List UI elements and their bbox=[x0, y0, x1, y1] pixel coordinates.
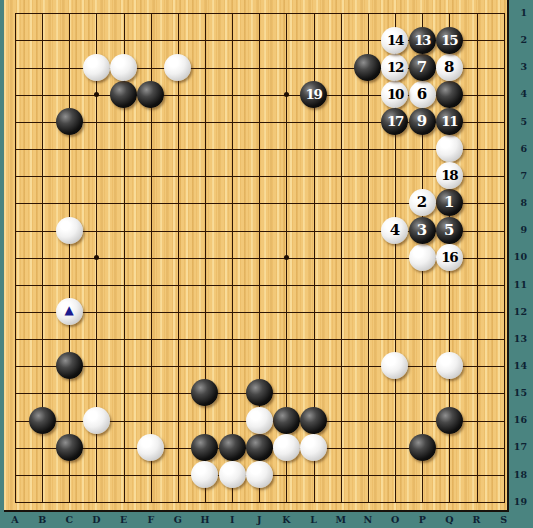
move-number: 10 bbox=[381, 81, 408, 108]
row-label-13: 13 bbox=[507, 333, 527, 345]
stone-white-q6 bbox=[436, 135, 463, 162]
stone-black-p5: 9 bbox=[409, 108, 436, 135]
stone-black-k16 bbox=[273, 407, 300, 434]
column-label-s: S bbox=[494, 514, 514, 525]
stone-black-n3 bbox=[354, 54, 381, 81]
stone-white-j16 bbox=[246, 407, 273, 434]
move-number: 8 bbox=[436, 54, 463, 81]
column-label-j: J bbox=[249, 514, 269, 525]
stone-black-f4 bbox=[137, 81, 164, 108]
stone-white-j18 bbox=[246, 461, 273, 488]
stone-black-p9: 3 bbox=[409, 217, 436, 244]
column-label-b: B bbox=[32, 514, 52, 525]
column-label-l: L bbox=[304, 514, 324, 525]
column-label-d: D bbox=[86, 514, 106, 525]
move-number: 1 bbox=[436, 189, 463, 216]
stone-black-q16 bbox=[436, 407, 463, 434]
stone-black-h17 bbox=[191, 434, 218, 461]
stone-black-p3: 7 bbox=[409, 54, 436, 81]
column-label-g: G bbox=[168, 514, 188, 525]
column-label-r: R bbox=[467, 514, 487, 525]
stone-white-o3: 12 bbox=[381, 54, 408, 81]
move-number: 18 bbox=[436, 162, 463, 189]
move-number: 16 bbox=[436, 244, 463, 271]
column-label-e: E bbox=[114, 514, 134, 525]
row-label-1: 1 bbox=[507, 7, 527, 19]
stone-black-p17 bbox=[409, 434, 436, 461]
stone-white-q3: 8 bbox=[436, 54, 463, 81]
row-label-7: 7 bbox=[507, 170, 527, 182]
move-number: 5 bbox=[436, 217, 463, 244]
board-frame: ▲12345678910111213141516171819 ABCDEFGHI… bbox=[0, 0, 533, 528]
move-number: 13 bbox=[409, 27, 436, 54]
row-label-14: 14 bbox=[507, 360, 527, 372]
row-label-3: 3 bbox=[507, 61, 527, 73]
move-number: 9 bbox=[409, 108, 436, 135]
stone-black-q2: 15 bbox=[436, 27, 463, 54]
row-label-10: 10 bbox=[507, 251, 527, 263]
column-label-f: F bbox=[141, 514, 161, 525]
stone-white-d3 bbox=[83, 54, 110, 81]
stone-black-j17 bbox=[246, 434, 273, 461]
move-number: 14 bbox=[381, 27, 408, 54]
stone-white-c12: ▲ bbox=[56, 298, 83, 325]
stone-white-d16 bbox=[83, 407, 110, 434]
stone-white-q10: 16 bbox=[436, 244, 463, 271]
column-label-c: C bbox=[59, 514, 79, 525]
stone-white-p10 bbox=[409, 244, 436, 271]
stone-black-p2: 13 bbox=[409, 27, 436, 54]
row-label-2: 2 bbox=[507, 34, 527, 46]
column-label-o: O bbox=[385, 514, 405, 525]
stone-black-o5: 17 bbox=[381, 108, 408, 135]
stone-white-i18 bbox=[219, 461, 246, 488]
column-label-a: A bbox=[5, 514, 25, 525]
stone-white-h18 bbox=[191, 461, 218, 488]
stone-white-o4: 10 bbox=[381, 81, 408, 108]
column-label-m: M bbox=[331, 514, 351, 525]
stone-white-l17 bbox=[300, 434, 327, 461]
move-number: 7 bbox=[409, 54, 436, 81]
stone-white-p4: 6 bbox=[409, 81, 436, 108]
move-number: 15 bbox=[436, 27, 463, 54]
triangle-marker-icon: ▲ bbox=[56, 297, 83, 324]
stone-black-j15 bbox=[246, 379, 273, 406]
column-label-p: P bbox=[412, 514, 432, 525]
row-label-8: 8 bbox=[507, 197, 527, 209]
column-label-k: K bbox=[277, 514, 297, 525]
stone-white-o2: 14 bbox=[381, 27, 408, 54]
stone-white-q7: 18 bbox=[436, 162, 463, 189]
row-label-4: 4 bbox=[507, 88, 527, 100]
move-number: 11 bbox=[436, 108, 463, 135]
stone-black-q5: 11 bbox=[436, 108, 463, 135]
move-number: 17 bbox=[381, 108, 408, 135]
move-number: 2 bbox=[409, 189, 436, 216]
stone-black-e4 bbox=[110, 81, 137, 108]
column-label-h: H bbox=[195, 514, 215, 525]
stone-black-c14 bbox=[56, 352, 83, 379]
stone-black-i17 bbox=[219, 434, 246, 461]
column-label-q: Q bbox=[439, 514, 459, 525]
row-label-6: 6 bbox=[507, 143, 527, 155]
stone-white-e3 bbox=[110, 54, 137, 81]
move-number: 19 bbox=[300, 81, 327, 108]
row-label-16: 16 bbox=[507, 414, 527, 426]
stone-black-q8: 1 bbox=[436, 189, 463, 216]
stone-black-c17 bbox=[56, 434, 83, 461]
stone-black-l4: 19 bbox=[300, 81, 327, 108]
row-label-15: 15 bbox=[507, 387, 527, 399]
row-label-18: 18 bbox=[507, 469, 527, 481]
column-label-n: N bbox=[358, 514, 378, 525]
row-label-9: 9 bbox=[507, 224, 527, 236]
stone-white-o14 bbox=[381, 352, 408, 379]
stone-black-l16 bbox=[300, 407, 327, 434]
row-label-11: 11 bbox=[507, 279, 527, 291]
stone-white-p8: 2 bbox=[409, 189, 436, 216]
stone-white-c9 bbox=[56, 217, 83, 244]
stone-white-q14 bbox=[436, 352, 463, 379]
stone-black-q9: 5 bbox=[436, 217, 463, 244]
stone-black-b16 bbox=[29, 407, 56, 434]
stones-layer: ▲12345678910111213141516171819 bbox=[1, 0, 517, 515]
move-number: 4 bbox=[381, 217, 408, 244]
move-number: 12 bbox=[381, 54, 408, 81]
stone-white-g3 bbox=[164, 54, 191, 81]
stone-black-q4 bbox=[436, 81, 463, 108]
column-label-i: I bbox=[222, 514, 242, 525]
stone-white-k17 bbox=[273, 434, 300, 461]
stone-black-c5 bbox=[56, 108, 83, 135]
stone-black-h15 bbox=[191, 379, 218, 406]
row-label-5: 5 bbox=[507, 116, 527, 128]
move-number: 6 bbox=[409, 81, 436, 108]
stone-white-o9: 4 bbox=[381, 217, 408, 244]
row-label-19: 19 bbox=[507, 496, 527, 508]
row-label-17: 17 bbox=[507, 441, 527, 453]
move-number: 3 bbox=[409, 217, 436, 244]
stone-white-f17 bbox=[137, 434, 164, 461]
row-label-12: 12 bbox=[507, 306, 527, 318]
